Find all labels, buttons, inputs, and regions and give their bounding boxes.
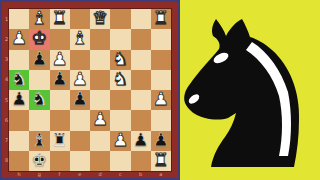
black-pawn[interactable]: ♟	[72, 90, 88, 108]
white-pawn[interactable]: ♟	[92, 110, 108, 128]
square-g1[interactable]: ♝	[29, 9, 49, 29]
square-c2[interactable]	[110, 29, 130, 49]
white-rook[interactable]: ♜	[153, 9, 169, 27]
square-d8[interactable]	[90, 151, 110, 171]
square-b4[interactable]	[131, 70, 151, 90]
square-b5[interactable]	[131, 90, 151, 110]
square-g3[interactable]: ♟	[29, 50, 49, 70]
square-e4[interactable]: ♟	[70, 70, 90, 90]
file-label-g: g	[29, 172, 49, 177]
square-a7[interactable]: ♟	[151, 131, 171, 151]
square-b7[interactable]: ♟	[131, 131, 151, 151]
black-knight[interactable]: ♞	[31, 90, 47, 108]
square-c1[interactable]	[110, 9, 130, 29]
white-pawn[interactable]: ♟	[112, 131, 128, 149]
white-pawn[interactable]: ♟	[153, 90, 169, 108]
square-a3[interactable]	[151, 50, 171, 70]
square-f5[interactable]	[50, 90, 70, 110]
black-knight[interactable]: ♞	[11, 70, 27, 88]
file-label-b: b	[131, 172, 151, 177]
file-label-h: h	[9, 172, 29, 177]
square-g6[interactable]	[29, 110, 49, 130]
square-b2[interactable]	[131, 29, 151, 49]
square-c6[interactable]	[110, 110, 130, 130]
thumbnail-side-panel	[180, 0, 320, 180]
square-b8[interactable]	[131, 151, 151, 171]
square-e6[interactable]	[70, 110, 90, 130]
square-h7[interactable]	[9, 131, 29, 151]
square-g5[interactable]: ♞	[29, 90, 49, 110]
square-a1[interactable]: ♜	[151, 9, 171, 29]
square-h1[interactable]	[9, 9, 29, 29]
square-g7[interactable]: ♝	[29, 131, 49, 151]
square-h4[interactable]: ♞	[9, 70, 29, 90]
square-f6[interactable]	[50, 110, 70, 130]
white-bishop[interactable]: ♝	[31, 9, 47, 27]
square-h6[interactable]	[9, 110, 29, 130]
square-d7[interactable]	[90, 131, 110, 151]
square-f3[interactable]: ♟	[50, 50, 70, 70]
file-label-c: c	[110, 172, 130, 177]
white-pawn[interactable]: ♟	[11, 29, 27, 47]
square-a2[interactable]	[151, 29, 171, 49]
square-a8[interactable]: ♜	[151, 151, 171, 171]
black-pawn[interactable]: ♟	[11, 90, 27, 108]
file-label-f: f	[50, 172, 70, 177]
square-e1[interactable]	[70, 9, 90, 29]
black-rook[interactable]: ♜	[52, 131, 68, 149]
square-h3[interactable]	[9, 50, 29, 70]
square-b1[interactable]	[131, 9, 151, 29]
chess-board: ♝♜♛♜♟♚♝♟♟♞♞♟♟♞♟♞♟♟♟♝♜♟♟♟♚♜ 12345678hgfed…	[0, 0, 180, 180]
white-rook[interactable]: ♜	[52, 9, 68, 27]
square-g2[interactable]: ♚	[29, 29, 49, 49]
square-e3[interactable]	[70, 50, 90, 70]
square-h8[interactable]	[9, 151, 29, 171]
black-pawn[interactable]: ♟	[133, 131, 149, 149]
square-e7[interactable]	[70, 131, 90, 151]
square-d6[interactable]: ♟	[90, 110, 110, 130]
white-knight[interactable]: ♞	[112, 70, 128, 88]
file-label-a: a	[151, 172, 171, 177]
square-d5[interactable]	[90, 90, 110, 110]
black-bishop[interactable]: ♝	[31, 131, 47, 149]
black-king[interactable]: ♚	[31, 151, 47, 169]
square-e5[interactable]: ♟	[70, 90, 90, 110]
square-f1[interactable]: ♜	[50, 9, 70, 29]
square-g4[interactable]	[29, 70, 49, 90]
square-a6[interactable]	[151, 110, 171, 130]
white-king[interactable]: ♚	[31, 29, 47, 47]
square-d1[interactable]: ♛	[90, 9, 110, 29]
square-d4[interactable]	[90, 70, 110, 90]
white-pawn[interactable]: ♟	[52, 50, 68, 68]
square-c8[interactable]	[110, 151, 130, 171]
square-b3[interactable]	[131, 50, 151, 70]
black-pawn[interactable]: ♟	[52, 70, 68, 88]
chess-board-grid: ♝♜♛♜♟♚♝♟♟♞♞♟♟♞♟♞♟♟♟♝♜♟♟♟♚♜	[9, 9, 171, 171]
square-d2[interactable]	[90, 29, 110, 49]
square-f8[interactable]	[50, 151, 70, 171]
black-pawn[interactable]: ♟	[153, 131, 169, 149]
square-c5[interactable]	[110, 90, 130, 110]
square-c3[interactable]: ♞	[110, 50, 130, 70]
white-knight[interactable]: ♞	[112, 50, 128, 68]
square-f4[interactable]: ♟	[50, 70, 70, 90]
square-a5[interactable]: ♟	[151, 90, 171, 110]
white-pawn[interactable]: ♟	[72, 70, 88, 88]
file-label-e: e	[70, 172, 90, 177]
square-a4[interactable]	[151, 70, 171, 90]
square-b6[interactable]	[131, 110, 151, 130]
file-label-d: d	[90, 172, 110, 177]
square-e8[interactable]	[70, 151, 90, 171]
black-knight-icon	[180, 0, 320, 180]
white-queen[interactable]: ♛	[92, 9, 108, 27]
white-bishop[interactable]: ♝	[72, 29, 88, 47]
square-d3[interactable]	[90, 50, 110, 70]
square-c4[interactable]: ♞	[110, 70, 130, 90]
square-f2[interactable]	[50, 29, 70, 49]
white-rook[interactable]: ♜	[153, 151, 169, 169]
square-f7[interactable]: ♜	[50, 131, 70, 151]
black-pawn[interactable]: ♟	[31, 50, 47, 68]
square-h2[interactable]: ♟	[9, 29, 29, 49]
square-g8[interactable]: ♚	[29, 151, 49, 171]
square-e2[interactable]: ♝	[70, 29, 90, 49]
square-c7[interactable]: ♟	[110, 131, 130, 151]
square-h5[interactable]: ♟	[9, 90, 29, 110]
